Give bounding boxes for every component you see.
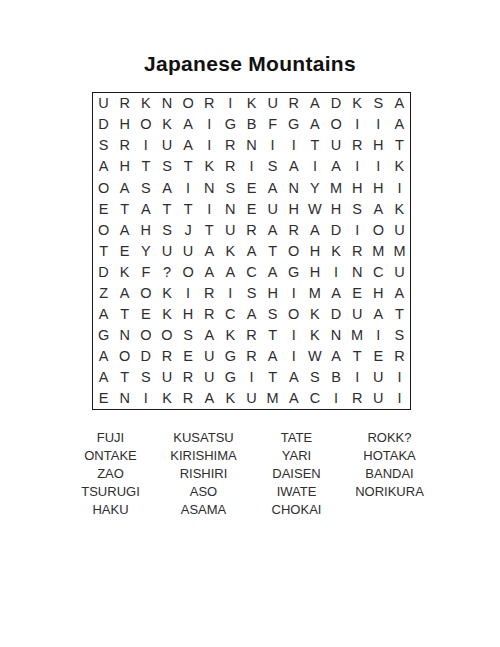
grid-cell: A <box>93 346 114 367</box>
grid-cell: E <box>178 346 199 367</box>
grid-cell: D <box>135 346 156 367</box>
grid-cell: S <box>93 135 114 156</box>
grid-cell: D <box>325 93 346 114</box>
grid-cell: A <box>389 283 410 304</box>
grid-cell: O <box>178 262 199 283</box>
grid-cell: I <box>199 135 220 156</box>
grid-cell: O <box>368 219 389 240</box>
grid-cell: G <box>220 367 241 388</box>
grid-cell: H <box>178 304 199 325</box>
grid-cell: A <box>389 93 410 114</box>
grid-cell: E <box>93 198 114 219</box>
word-list-item: TATE <box>250 428 343 446</box>
word-list-item: IWATE <box>250 482 343 500</box>
grid-cell: K <box>156 283 177 304</box>
grid-cell: S <box>241 283 262 304</box>
grid-cell: I <box>262 135 283 156</box>
grid-cell: A <box>283 388 304 409</box>
grid-cell: S <box>262 304 283 325</box>
grid-cell: R <box>347 135 368 156</box>
grid-cell: W <box>304 346 325 367</box>
grid-cell: I <box>347 219 368 240</box>
grid-cell: O <box>135 114 156 135</box>
grid-cell: H <box>368 177 389 198</box>
grid-cell: H <box>368 135 389 156</box>
grid-cell: A <box>262 219 283 240</box>
grid-cell: S <box>347 198 368 219</box>
grid-cell: I <box>178 177 199 198</box>
grid-cell: O <box>283 304 304 325</box>
grid-cell: U <box>199 367 220 388</box>
grid-cell: T <box>178 156 199 177</box>
grid-cell: S <box>178 325 199 346</box>
grid-cell: R <box>241 346 262 367</box>
grid-cell: U <box>389 262 410 283</box>
grid-cell: R <box>283 93 304 114</box>
word-list-item: KUSATSU <box>157 428 250 446</box>
grid-cell: A <box>368 198 389 219</box>
grid-cell: H <box>347 177 368 198</box>
grid-cell: E <box>241 198 262 219</box>
word-search-grid: URKNORIKURADKSADHOKAIGBFGAOIIASRIUAIRNII… <box>92 92 411 410</box>
grid-cell: R <box>199 93 220 114</box>
grid-cell: R <box>178 388 199 409</box>
word-list-item: YARI <box>250 446 343 464</box>
grid-cell: H <box>283 198 304 219</box>
grid-cell: K <box>325 240 346 261</box>
grid-cell: O <box>178 93 199 114</box>
grid-cell: R <box>347 240 368 261</box>
grid-cell: A <box>325 283 346 304</box>
grid-cell: O <box>135 325 156 346</box>
grid-cell: K <box>135 93 156 114</box>
grid-cell: T <box>304 135 325 156</box>
grid-cell: N <box>220 198 241 219</box>
grid-cell: A <box>325 346 346 367</box>
word-list-item: HOTAKA <box>343 446 436 464</box>
grid-cell: K <box>199 156 220 177</box>
grid-cell: A <box>304 93 325 114</box>
grid-cell: U <box>262 198 283 219</box>
grid-cell: K <box>241 93 262 114</box>
grid-cell: T <box>262 325 283 346</box>
grid-cell: U <box>368 367 389 388</box>
word-list-item: CHOKAI <box>250 500 343 518</box>
grid-cell: A <box>199 325 220 346</box>
grid-cell: A <box>199 262 220 283</box>
grid-cell: B <box>325 367 346 388</box>
grid-cell: O <box>93 177 114 198</box>
grid-cell: I <box>304 156 325 177</box>
grid-cell: T <box>114 198 135 219</box>
grid-cell: K <box>114 262 135 283</box>
grid-cell: G <box>220 346 241 367</box>
grid-cell: T <box>93 240 114 261</box>
grid-cell: N <box>156 93 177 114</box>
grid-cell: S <box>156 219 177 240</box>
grid-cell: S <box>135 367 156 388</box>
grid-cell: Y <box>135 240 156 261</box>
grid-cell: F <box>135 262 156 283</box>
grid-cell: R <box>389 346 410 367</box>
grid-cell: U <box>199 346 220 367</box>
grid-cell: ? <box>156 262 177 283</box>
grid-cell: N <box>347 262 368 283</box>
grid-cell: A <box>262 177 283 198</box>
puzzle-page: Japanese Mountains URKNORIKURADKSADHOKAI… <box>0 0 500 647</box>
grid-cell: C <box>304 388 325 409</box>
grid-cell: K <box>304 304 325 325</box>
grid-cell: U <box>156 135 177 156</box>
grid-cell: O <box>93 219 114 240</box>
grid-cell: A <box>114 177 135 198</box>
grid-cell: B <box>241 114 262 135</box>
grid-cell: A <box>93 156 114 177</box>
grid-cell: I <box>199 114 220 135</box>
grid-cell: N <box>241 135 262 156</box>
grid-cell: M <box>347 325 368 346</box>
grid-cell: R <box>241 219 262 240</box>
word-list-item: ZAO <box>64 464 157 482</box>
grid-cell: K <box>220 388 241 409</box>
grid-cell: I <box>178 283 199 304</box>
grid-cell: R <box>220 156 241 177</box>
grid-cell: D <box>325 219 346 240</box>
grid-cell: A <box>262 262 283 283</box>
word-list-item: ROKK? <box>343 428 436 446</box>
grid-cell: N <box>199 177 220 198</box>
grid-cell: T <box>114 304 135 325</box>
grid-cell: K <box>156 388 177 409</box>
grid-cell: I <box>135 388 156 409</box>
grid-cell: S <box>304 367 325 388</box>
grid-cell: A <box>304 219 325 240</box>
word-list-item: TSURUGI <box>64 482 157 500</box>
grid-cell: K <box>347 93 368 114</box>
word-list-item: HAKU <box>64 500 157 518</box>
grid-cell: D <box>93 114 114 135</box>
grid-cell: N <box>283 177 304 198</box>
grid-cell: I <box>325 388 346 409</box>
grid-cell: A <box>156 177 177 198</box>
word-list-item: FUJI <box>64 428 157 446</box>
word-list: FUJIONTAKEZAOTSURUGIHAKUKUSATSUKIRISHIMA… <box>64 428 436 518</box>
grid-cell: I <box>368 325 389 346</box>
grid-cell: A <box>93 304 114 325</box>
grid-cell: I <box>325 262 346 283</box>
grid-cell: G <box>283 262 304 283</box>
grid-cell: G <box>283 114 304 135</box>
grid-cell: M <box>262 388 283 409</box>
grid-cell: I <box>347 156 368 177</box>
grid-cell: U <box>178 240 199 261</box>
word-list-item: KIRISHIMA <box>157 446 250 464</box>
grid-cell: I <box>389 388 410 409</box>
grid-cell: T <box>389 304 410 325</box>
grid-cell: A <box>241 304 262 325</box>
grid-cell: I <box>368 156 389 177</box>
grid-cell: T <box>135 156 156 177</box>
word-list-item: ONTAKE <box>64 446 157 464</box>
grid-cell: E <box>347 283 368 304</box>
grid-cell: W <box>304 198 325 219</box>
grid-cell: H <box>304 240 325 261</box>
grid-cell: C <box>220 304 241 325</box>
grid-cell: U <box>156 240 177 261</box>
puzzle-title: Japanese Mountains <box>0 53 500 75</box>
grid-cell: A <box>114 283 135 304</box>
grid-cell: A <box>199 388 220 409</box>
grid-cell: H <box>114 156 135 177</box>
word-list-item: BANDAI <box>343 464 436 482</box>
word-list-item: RISHIRI <box>157 464 250 482</box>
grid-cell: A <box>220 262 241 283</box>
grid-cell: A <box>262 346 283 367</box>
grid-cell: I <box>347 367 368 388</box>
grid-cell: M <box>389 240 410 261</box>
grid-cell: D <box>325 304 346 325</box>
grid-cell: U <box>93 93 114 114</box>
grid-cell: E <box>114 240 135 261</box>
grid-cell: A <box>283 367 304 388</box>
grid-cell: H <box>262 283 283 304</box>
grid-cell: R <box>220 135 241 156</box>
grid-cell: R <box>199 283 220 304</box>
grid-cell: U <box>241 388 262 409</box>
grid-cell: K <box>304 325 325 346</box>
grid-cell: O <box>114 346 135 367</box>
grid-cell: S <box>156 156 177 177</box>
grid-cell: T <box>178 198 199 219</box>
grid-cell: T <box>389 135 410 156</box>
grid-cell: D <box>93 262 114 283</box>
grid-cell: E <box>368 346 389 367</box>
grid-cell: K <box>220 240 241 261</box>
grid-cell: A <box>389 114 410 135</box>
grid-cell: I <box>283 325 304 346</box>
grid-cell: K <box>156 114 177 135</box>
grid-cell: E <box>241 177 262 198</box>
grid-cell: A <box>114 219 135 240</box>
grid-cell: T <box>347 346 368 367</box>
grid-cell: A <box>199 240 220 261</box>
grid-cell: U <box>325 135 346 156</box>
grid-cell: H <box>304 262 325 283</box>
grid-cell: H <box>368 283 389 304</box>
grid-cell: U <box>220 219 241 240</box>
grid-cell: I <box>199 198 220 219</box>
grid-cell: U <box>347 304 368 325</box>
grid-cell: N <box>114 325 135 346</box>
grid-cell: I <box>220 93 241 114</box>
word-list-item: NORIKURA <box>343 482 436 500</box>
grid-cell: S <box>389 325 410 346</box>
grid-cell: A <box>135 198 156 219</box>
grid-cell: N <box>114 388 135 409</box>
grid-cell: N <box>325 325 346 346</box>
grid-cell: A <box>283 156 304 177</box>
grid-cell: K <box>389 198 410 219</box>
grid-cell: F <box>262 114 283 135</box>
grid-cell: U <box>389 219 410 240</box>
grid-cell: O <box>156 325 177 346</box>
grid-cell: M <box>325 177 346 198</box>
word-list-item: ASO <box>157 482 250 500</box>
grid-cell: I <box>241 367 262 388</box>
grid-cell: K <box>220 325 241 346</box>
grid-cell: A <box>178 135 199 156</box>
grid-cell: G <box>220 114 241 135</box>
grid-cell: K <box>156 304 177 325</box>
grid-cell: T <box>156 198 177 219</box>
grid-cell: E <box>135 304 156 325</box>
grid-cell: H <box>114 114 135 135</box>
grid-cell: U <box>156 367 177 388</box>
grid-cell: M <box>368 240 389 261</box>
grid-cell: C <box>368 262 389 283</box>
word-list-item: DAISEN <box>250 464 343 482</box>
grid-cell: R <box>283 219 304 240</box>
grid-cell: T <box>114 367 135 388</box>
grid-cell: O <box>135 283 156 304</box>
grid-cell: R <box>114 93 135 114</box>
grid-cell: S <box>262 156 283 177</box>
grid-cell: C <box>241 262 262 283</box>
grid-cell: U <box>262 93 283 114</box>
grid-cell: H <box>325 198 346 219</box>
grid-cell: I <box>241 156 262 177</box>
grid-cell: I <box>283 283 304 304</box>
grid-cell: A <box>241 240 262 261</box>
grid-cell: R <box>156 346 177 367</box>
grid-cell: T <box>262 367 283 388</box>
grid-cell: A <box>178 114 199 135</box>
grid-cell: I <box>283 135 304 156</box>
grid-cell: G <box>93 325 114 346</box>
grid-cell: A <box>368 304 389 325</box>
grid-cell: I <box>347 114 368 135</box>
grid-cell: O <box>283 240 304 261</box>
grid-cell: R <box>178 367 199 388</box>
grid-cell: I <box>135 135 156 156</box>
grid-cell: K <box>389 156 410 177</box>
grid-cell: R <box>199 304 220 325</box>
grid-cell: I <box>283 346 304 367</box>
grid-cell: T <box>262 240 283 261</box>
grid-cell: R <box>241 325 262 346</box>
grid-cell: O <box>325 114 346 135</box>
grid-cell: A <box>325 156 346 177</box>
grid-cell: E <box>93 388 114 409</box>
grid-cell: R <box>347 388 368 409</box>
grid-cell: A <box>93 367 114 388</box>
word-list-item: ASAMA <box>157 500 250 518</box>
grid-cell: S <box>135 177 156 198</box>
grid-cell: I <box>389 367 410 388</box>
grid-cell: R <box>114 135 135 156</box>
grid-cell: I <box>368 114 389 135</box>
grid-cell: T <box>199 219 220 240</box>
grid-cell: Y <box>304 177 325 198</box>
grid-cell: I <box>220 283 241 304</box>
grid-cell: S <box>220 177 241 198</box>
grid-cell: H <box>135 219 156 240</box>
grid-cell: J <box>178 219 199 240</box>
grid-cell: Z <box>93 283 114 304</box>
grid-cell: M <box>304 283 325 304</box>
grid-cell: A <box>304 114 325 135</box>
grid-cell: S <box>368 93 389 114</box>
grid-cell: I <box>389 177 410 198</box>
grid-cell: U <box>368 388 389 409</box>
